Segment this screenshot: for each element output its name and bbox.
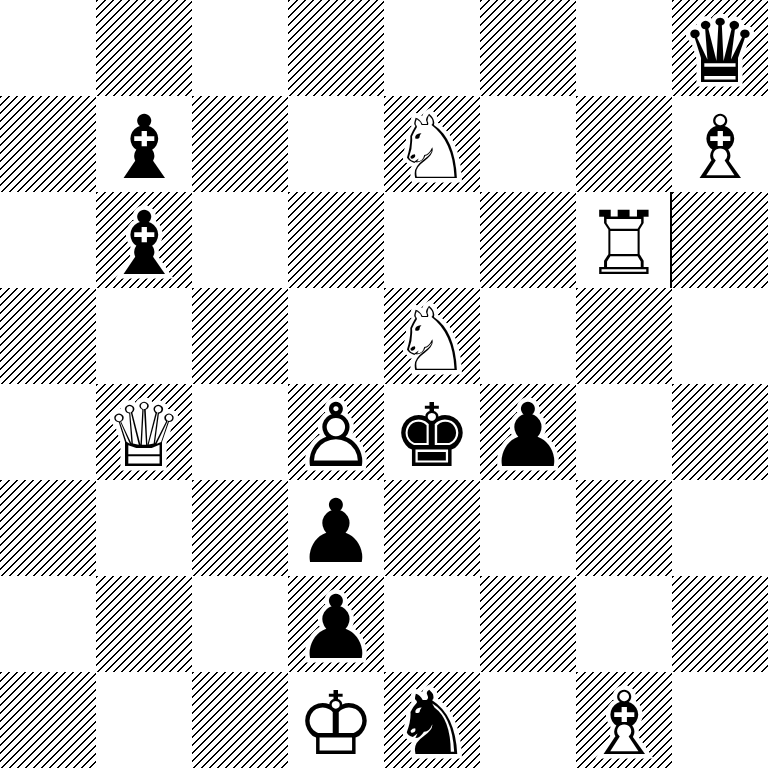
square-f4[interactable]: ♟♟: [480, 384, 576, 480]
square-g7[interactable]: [576, 96, 672, 192]
square-f1[interactable]: [480, 672, 576, 768]
square-f7[interactable]: [480, 96, 576, 192]
square-h3[interactable]: [672, 480, 768, 576]
square-b8[interactable]: [96, 0, 192, 96]
square-e1[interactable]: ♞♞: [384, 672, 480, 768]
piece-white-queen-b4[interactable]: ♛♕: [96, 384, 192, 480]
white-king-icon: ♔: [288, 676, 384, 768]
square-d6[interactable]: [288, 192, 384, 288]
square-a4[interactable]: [0, 384, 96, 480]
square-h6[interactable]: [672, 192, 768, 288]
black-pawn-icon: ♟: [288, 580, 384, 676]
black-bishop-icon: ♝: [96, 196, 192, 292]
square-h2[interactable]: [672, 576, 768, 672]
square-d1[interactable]: ♚♔: [288, 672, 384, 768]
square-c7[interactable]: [192, 96, 288, 192]
white-bishop-icon: ♗: [576, 676, 672, 768]
piece-white-bishop-g1[interactable]: ♝♗: [576, 672, 672, 768]
square-d8[interactable]: [288, 0, 384, 96]
square-b5[interactable]: [96, 288, 192, 384]
piece-black-bishop-b7[interactable]: ♝♝: [96, 96, 192, 192]
white-bishop-icon: ♗: [672, 100, 768, 196]
white-queen-icon: ♕: [96, 388, 192, 484]
white-knight-icon: ♘: [384, 292, 480, 388]
square-f8[interactable]: [480, 0, 576, 96]
square-e6[interactable]: [384, 192, 480, 288]
chess-board: ♛♛♝♝♞♘♝♗♝♝♜♖♞♘♛♕♟♙♚♚♟♟♟♟♟♟♚♔♞♞♝♗: [0, 0, 768, 768]
square-f6[interactable]: [480, 192, 576, 288]
square-e5[interactable]: ♞♘: [384, 288, 480, 384]
square-a1[interactable]: [0, 672, 96, 768]
square-h4[interactable]: [672, 384, 768, 480]
square-g8[interactable]: [576, 0, 672, 96]
square-e2[interactable]: [384, 576, 480, 672]
piece-white-king-d1[interactable]: ♚♔: [288, 672, 384, 768]
square-a5[interactable]: [0, 288, 96, 384]
square-a6[interactable]: [0, 192, 96, 288]
square-b4[interactable]: ♛♕: [96, 384, 192, 480]
piece-black-king-e4[interactable]: ♚♚: [384, 384, 480, 480]
square-c6[interactable]: [192, 192, 288, 288]
piece-black-knight-e1[interactable]: ♞♞: [384, 672, 480, 768]
square-h8[interactable]: ♛♛: [672, 0, 768, 96]
square-boundary-line-artifact: [670, 192, 672, 288]
white-rook-icon: ♖: [576, 196, 672, 292]
square-b7[interactable]: ♝♝: [96, 96, 192, 192]
square-b6[interactable]: ♝♝: [96, 192, 192, 288]
square-g4[interactable]: [576, 384, 672, 480]
square-f3[interactable]: [480, 480, 576, 576]
square-c1[interactable]: [192, 672, 288, 768]
square-f5[interactable]: [480, 288, 576, 384]
square-d7[interactable]: [288, 96, 384, 192]
square-d4[interactable]: ♟♙: [288, 384, 384, 480]
square-g2[interactable]: [576, 576, 672, 672]
piece-white-bishop-h7[interactable]: ♝♗: [672, 96, 768, 192]
black-pawn-icon: ♟: [288, 484, 384, 580]
square-g1[interactable]: ♝♗: [576, 672, 672, 768]
square-a8[interactable]: [0, 0, 96, 96]
white-pawn-icon: ♙: [288, 388, 384, 484]
piece-black-pawn-d3[interactable]: ♟♟: [288, 480, 384, 576]
square-h7[interactable]: ♝♗: [672, 96, 768, 192]
square-a3[interactable]: [0, 480, 96, 576]
square-h1[interactable]: [672, 672, 768, 768]
square-b2[interactable]: [96, 576, 192, 672]
square-d3[interactable]: ♟♟: [288, 480, 384, 576]
square-c4[interactable]: [192, 384, 288, 480]
piece-white-rook-g6[interactable]: ♜♖: [576, 192, 672, 288]
piece-black-pawn-f4[interactable]: ♟♟: [480, 384, 576, 480]
square-a7[interactable]: [0, 96, 96, 192]
black-king-icon: ♚: [384, 388, 480, 484]
square-f2[interactable]: [480, 576, 576, 672]
piece-black-bishop-b6[interactable]: ♝♝: [96, 192, 192, 288]
square-c5[interactable]: [192, 288, 288, 384]
square-c3[interactable]: [192, 480, 288, 576]
piece-white-knight-e5[interactable]: ♞♘: [384, 288, 480, 384]
piece-black-pawn-d2[interactable]: ♟♟: [288, 576, 384, 672]
square-e7[interactable]: ♞♘: [384, 96, 480, 192]
square-a2[interactable]: [0, 576, 96, 672]
black-knight-icon: ♞: [384, 676, 480, 768]
square-g6[interactable]: ♜♖: [576, 192, 672, 288]
square-h5[interactable]: [672, 288, 768, 384]
piece-black-queen-h8[interactable]: ♛♛: [672, 0, 768, 96]
black-bishop-icon: ♝: [96, 100, 192, 196]
square-g3[interactable]: [576, 480, 672, 576]
piece-white-knight-e7[interactable]: ♞♘: [384, 96, 480, 192]
square-c2[interactable]: [192, 576, 288, 672]
piece-white-pawn-d4[interactable]: ♟♙: [288, 384, 384, 480]
square-g5[interactable]: [576, 288, 672, 384]
white-knight-icon: ♘: [384, 100, 480, 196]
black-queen-icon: ♛: [672, 4, 768, 100]
square-b3[interactable]: [96, 480, 192, 576]
square-e8[interactable]: [384, 0, 480, 96]
square-b1[interactable]: [96, 672, 192, 768]
black-pawn-icon: ♟: [480, 388, 576, 484]
square-d2[interactable]: ♟♟: [288, 576, 384, 672]
square-e4[interactable]: ♚♚: [384, 384, 480, 480]
square-e3[interactable]: [384, 480, 480, 576]
square-c8[interactable]: [192, 0, 288, 96]
square-d5[interactable]: [288, 288, 384, 384]
